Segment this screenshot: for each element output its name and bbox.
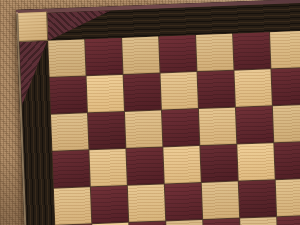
- board-square: [237, 143, 274, 180]
- board-square: [89, 149, 126, 186]
- board-square: [159, 35, 196, 72]
- board-square: [50, 76, 87, 113]
- board-square: [196, 34, 233, 71]
- board-square: [166, 220, 203, 225]
- board-square: [274, 142, 300, 179]
- board-square: [48, 39, 85, 76]
- board-square: [126, 147, 163, 184]
- board-square: [87, 75, 124, 112]
- board-square: [51, 113, 88, 150]
- board-square: [236, 106, 273, 143]
- board-square: [202, 182, 239, 219]
- board-square: [165, 183, 202, 220]
- board-square: [162, 109, 199, 146]
- frame-corner-block: [18, 12, 48, 42]
- frame-mitre-wedge-top: [47, 10, 112, 40]
- board-square: [129, 221, 166, 225]
- board-square: [85, 38, 122, 75]
- board-square: [92, 223, 129, 225]
- board-square: [271, 68, 300, 105]
- board-square: [54, 187, 91, 224]
- board-square: [203, 219, 240, 225]
- board-square: [276, 179, 300, 216]
- board-square: [199, 108, 236, 145]
- board-square: [240, 217, 277, 225]
- board-square: [125, 111, 162, 148]
- board-square: [277, 216, 300, 225]
- board-square: [233, 32, 270, 69]
- board-square: [273, 105, 300, 142]
- board-square: [128, 184, 165, 221]
- board-square: [239, 180, 276, 217]
- board-square: [234, 69, 271, 106]
- board-squares: [48, 27, 300, 225]
- board-square: [163, 146, 200, 183]
- board-square: [88, 112, 125, 149]
- board-square: [200, 145, 237, 182]
- board-square: [270, 31, 300, 68]
- board-square: [124, 74, 161, 111]
- board-square: [122, 37, 159, 74]
- photo-scene: [0, 0, 300, 225]
- board-square: [161, 72, 198, 109]
- chess-board: [16, 0, 300, 225]
- board-square: [91, 186, 128, 223]
- board-square: [198, 71, 235, 108]
- board-square: [52, 150, 89, 187]
